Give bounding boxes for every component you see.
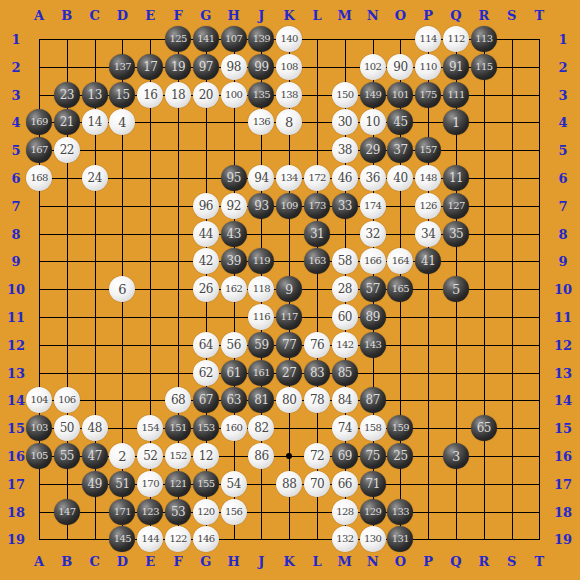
stone-black-117-k11[interactable]: 117 xyxy=(276,304,302,330)
column-label-top-d: D xyxy=(117,9,128,22)
column-label-bottom-n: N xyxy=(367,555,379,568)
move-number: 15 xyxy=(115,89,129,101)
move-number: 174 xyxy=(364,201,381,211)
move-number: 64 xyxy=(199,339,213,351)
move-number: 8 xyxy=(285,116,293,129)
stone-white-136-j4[interactable]: 136 xyxy=(248,109,274,135)
stone-white-34-p8[interactable]: 34 xyxy=(415,221,441,247)
column-label-bottom-l: L xyxy=(312,555,321,568)
stone-black-145-d19[interactable]: 145 xyxy=(109,526,135,552)
move-number: 122 xyxy=(169,534,186,544)
column-label-top-m: M xyxy=(338,9,352,22)
stone-white-130-n19[interactable]: 130 xyxy=(360,526,386,552)
stone-black-5-q10[interactable]: 5 xyxy=(443,276,469,302)
stone-black-93-j7[interactable]: 93 xyxy=(248,193,274,219)
stone-white-114-p1[interactable]: 114 xyxy=(415,26,441,52)
stone-black-29-n5[interactable]: 29 xyxy=(360,137,386,163)
stone-white-158-n15[interactable]: 158 xyxy=(360,415,386,441)
stone-black-99-j2[interactable]: 99 xyxy=(248,54,274,80)
stone-white-150-m3[interactable]: 150 xyxy=(332,82,358,108)
stone-black-175-p3[interactable]: 175 xyxy=(415,82,441,108)
stone-black-95-h6[interactable]: 95 xyxy=(221,165,247,191)
move-number: 29 xyxy=(366,144,380,156)
stone-black-149-n3[interactable]: 149 xyxy=(360,82,386,108)
stone-white-48-c15[interactable]: 48 xyxy=(82,415,108,441)
stone-black-75-n16[interactable]: 75 xyxy=(360,443,386,469)
go-board[interactable]: AABBCCDDEEFFGGHHJJKKLLMMNNOOPPQQRRSSTT11… xyxy=(0,0,580,580)
move-number: 13 xyxy=(88,89,102,101)
stone-black-49-c17[interactable]: 49 xyxy=(82,471,108,497)
stone-black-27-k13[interactable]: 27 xyxy=(276,360,302,386)
move-number: 96 xyxy=(199,200,213,212)
stone-white-12-g16[interactable]: 12 xyxy=(193,443,219,469)
stone-black-23-b3[interactable]: 23 xyxy=(54,82,80,108)
stone-white-72-l16[interactable]: 72 xyxy=(304,443,330,469)
stone-black-137-d2[interactable]: 137 xyxy=(109,54,135,80)
move-number: 108 xyxy=(281,62,298,72)
move-number: 129 xyxy=(364,507,381,517)
stone-black-121-f17[interactable]: 121 xyxy=(165,471,191,497)
stone-black-127-q7[interactable]: 127 xyxy=(443,193,469,219)
stone-black-51-d17[interactable]: 51 xyxy=(109,471,135,497)
move-number: 38 xyxy=(338,144,352,156)
move-number: 54 xyxy=(227,478,241,490)
move-number: 44 xyxy=(199,228,213,240)
move-number: 161 xyxy=(253,368,270,378)
stone-white-90-o2[interactable]: 90 xyxy=(387,54,413,80)
column-label-bottom-f: F xyxy=(173,555,182,568)
move-number: 148 xyxy=(420,173,437,183)
stone-black-101-o3[interactable]: 101 xyxy=(387,82,413,108)
stone-black-97-g2[interactable]: 97 xyxy=(193,54,219,80)
move-number: 86 xyxy=(254,450,268,462)
move-number: 173 xyxy=(308,201,325,211)
stone-white-94-j6[interactable]: 94 xyxy=(248,165,274,191)
stone-black-25-o16[interactable]: 25 xyxy=(387,443,413,469)
move-number: 20 xyxy=(199,89,213,101)
move-number: 81 xyxy=(254,394,268,406)
move-number: 83 xyxy=(310,367,324,379)
stone-black-151-f15[interactable]: 151 xyxy=(165,415,191,441)
move-number: 157 xyxy=(420,145,437,155)
column-label-bottom-r: R xyxy=(478,555,489,568)
stone-white-148-p6[interactable]: 148 xyxy=(415,165,441,191)
move-number: 47 xyxy=(88,450,102,462)
stone-white-8-k4[interactable]: 8 xyxy=(276,109,302,135)
stone-black-133-o18[interactable]: 133 xyxy=(387,499,413,525)
stone-black-43-h8[interactable]: 43 xyxy=(221,221,247,247)
stone-white-50-b15[interactable]: 50 xyxy=(54,415,80,441)
stone-black-141-g1[interactable]: 141 xyxy=(193,26,219,52)
stone-black-83-l13[interactable]: 83 xyxy=(304,360,330,386)
column-label-bottom-d: D xyxy=(117,555,128,568)
column-label-top-l: L xyxy=(312,9,321,22)
stone-white-96-g7[interactable]: 96 xyxy=(193,193,219,219)
move-number: 151 xyxy=(169,423,186,433)
stone-black-103-a15[interactable]: 103 xyxy=(26,415,52,441)
stone-white-88-k17[interactable]: 88 xyxy=(276,471,302,497)
stone-white-22-b5[interactable]: 22 xyxy=(54,137,80,163)
stone-black-33-m7[interactable]: 33 xyxy=(332,193,358,219)
move-number: 4 xyxy=(118,116,126,129)
move-number: 154 xyxy=(142,423,159,433)
move-number: 110 xyxy=(420,62,437,72)
move-number: 75 xyxy=(366,450,380,462)
move-number: 93 xyxy=(254,200,268,212)
column-label-top-p: P xyxy=(423,9,433,22)
move-number: 113 xyxy=(475,34,492,44)
stone-black-45-o4[interactable]: 45 xyxy=(387,109,413,135)
move-number: 16 xyxy=(143,89,157,101)
stone-black-123-e18[interactable]: 123 xyxy=(137,499,163,525)
stone-black-3-q16[interactable]: 3 xyxy=(443,443,469,469)
stone-white-24-c6[interactable]: 24 xyxy=(82,165,108,191)
stone-white-144-e19[interactable]: 144 xyxy=(137,526,163,552)
stone-white-152-f16[interactable]: 152 xyxy=(165,443,191,469)
move-number: 107 xyxy=(225,34,242,44)
stones-layer: 1234568910111213141516171819202122232425… xyxy=(25,25,553,553)
stone-black-91-q2[interactable]: 91 xyxy=(443,54,469,80)
stone-black-11-q6[interactable]: 11 xyxy=(443,165,469,191)
move-number: 136 xyxy=(253,117,270,127)
stone-black-13-c3[interactable]: 13 xyxy=(82,82,108,108)
stone-black-107-h1[interactable]: 107 xyxy=(221,26,247,52)
stone-white-14-c4[interactable]: 14 xyxy=(82,109,108,135)
stone-white-164-o9[interactable]: 164 xyxy=(387,248,413,274)
stone-black-167-a5[interactable]: 167 xyxy=(26,137,52,163)
move-number: 141 xyxy=(197,34,214,44)
move-number: 33 xyxy=(338,200,352,212)
move-number: 156 xyxy=(225,507,242,517)
move-number: 14 xyxy=(88,116,102,128)
move-number: 23 xyxy=(60,89,74,101)
stone-black-131-o19[interactable]: 131 xyxy=(387,526,413,552)
stone-white-78-l14[interactable]: 78 xyxy=(304,387,330,413)
move-number: 67 xyxy=(199,394,213,406)
move-number: 52 xyxy=(143,450,157,462)
move-number: 139 xyxy=(253,34,270,44)
stone-black-77-k12[interactable]: 77 xyxy=(276,332,302,358)
stone-white-174-n7[interactable]: 174 xyxy=(360,193,386,219)
stone-white-2-d16[interactable]: 2 xyxy=(109,443,135,469)
move-number: 146 xyxy=(197,534,214,544)
column-label-top-r: R xyxy=(478,9,489,22)
stone-black-153-g15[interactable]: 153 xyxy=(193,415,219,441)
stone-black-87-n14[interactable]: 87 xyxy=(360,387,386,413)
stone-white-146-g19[interactable]: 146 xyxy=(193,526,219,552)
stone-black-67-g14[interactable]: 67 xyxy=(193,387,219,413)
stone-black-59-j12[interactable]: 59 xyxy=(248,332,274,358)
stone-white-134-k6[interactable]: 134 xyxy=(276,165,302,191)
stone-white-170-e17[interactable]: 170 xyxy=(137,471,163,497)
column-label-bottom-q: Q xyxy=(450,555,461,568)
stone-white-100-h3[interactable]: 100 xyxy=(221,82,247,108)
move-number: 36 xyxy=(366,172,380,184)
stone-white-58-m9[interactable]: 58 xyxy=(332,248,358,274)
stone-black-15-d3[interactable]: 15 xyxy=(109,82,135,108)
stone-black-69-m16[interactable]: 69 xyxy=(332,443,358,469)
stone-black-163-l9[interactable]: 163 xyxy=(304,248,330,274)
stone-black-63-h14[interactable]: 63 xyxy=(221,387,247,413)
stone-white-132-m19[interactable]: 132 xyxy=(332,526,358,552)
move-number: 90 xyxy=(393,61,407,73)
move-number: 9 xyxy=(285,283,293,296)
stone-white-64-g12[interactable]: 64 xyxy=(193,332,219,358)
move-number: 76 xyxy=(310,339,324,351)
stone-white-104-a14[interactable]: 104 xyxy=(26,387,52,413)
move-number: 118 xyxy=(253,284,270,294)
stone-white-102-n2[interactable]: 102 xyxy=(360,54,386,80)
stone-white-40-o6[interactable]: 40 xyxy=(387,165,413,191)
stone-white-110-p2[interactable]: 110 xyxy=(415,54,441,80)
stone-black-9-k10[interactable]: 9 xyxy=(276,276,302,302)
stone-black-37-o5[interactable]: 37 xyxy=(387,137,413,163)
move-number: 37 xyxy=(393,144,407,156)
stone-white-112-q1[interactable]: 112 xyxy=(443,26,469,52)
stone-white-26-g10[interactable]: 26 xyxy=(193,276,219,302)
move-number: 175 xyxy=(420,90,437,100)
move-number: 153 xyxy=(197,423,214,433)
stone-white-30-m4[interactable]: 30 xyxy=(332,109,358,135)
stone-white-18-f3[interactable]: 18 xyxy=(165,82,191,108)
stone-black-21-b4[interactable]: 21 xyxy=(54,109,80,135)
stone-white-106-b14[interactable]: 106 xyxy=(54,387,80,413)
stone-black-109-k7[interactable]: 109 xyxy=(276,193,302,219)
stone-black-125-f1[interactable]: 125 xyxy=(165,26,191,52)
move-number: 91 xyxy=(449,61,463,73)
move-number: 109 xyxy=(281,201,298,211)
move-number: 53 xyxy=(171,506,185,518)
stone-white-126-p7[interactable]: 126 xyxy=(415,193,441,219)
stone-white-116-j11[interactable]: 116 xyxy=(248,304,274,330)
stone-white-74-m15[interactable]: 74 xyxy=(332,415,358,441)
column-label-bottom-c: C xyxy=(89,555,99,568)
move-number: 32 xyxy=(366,228,380,240)
stone-white-76-l12[interactable]: 76 xyxy=(304,332,330,358)
stone-white-6-d10[interactable]: 6 xyxy=(109,276,135,302)
move-number: 142 xyxy=(336,340,353,350)
stone-white-156-h18[interactable]: 156 xyxy=(221,499,247,525)
stone-black-17-e2[interactable]: 17 xyxy=(137,54,163,80)
stone-white-86-j16[interactable]: 86 xyxy=(248,443,274,469)
move-number: 68 xyxy=(171,394,185,406)
stone-white-122-f19[interactable]: 122 xyxy=(165,526,191,552)
move-number: 145 xyxy=(114,534,131,544)
stone-black-159-o15[interactable]: 159 xyxy=(387,415,413,441)
column-label-top-e: E xyxy=(145,9,155,22)
stone-black-81-j14[interactable]: 81 xyxy=(248,387,274,413)
stone-black-41-p9[interactable]: 41 xyxy=(415,248,441,274)
stone-white-138-k3[interactable]: 138 xyxy=(276,82,302,108)
move-number: 19 xyxy=(171,61,185,73)
stone-white-62-g13[interactable]: 62 xyxy=(193,360,219,386)
move-number: 114 xyxy=(420,34,437,44)
move-number: 99 xyxy=(254,61,268,73)
stone-white-60-m11[interactable]: 60 xyxy=(332,304,358,330)
column-label-top-f: F xyxy=(173,9,182,22)
move-number: 150 xyxy=(336,90,353,100)
move-number: 147 xyxy=(58,507,75,517)
column-label-top-c: C xyxy=(89,9,99,22)
stone-black-115-r2[interactable]: 115 xyxy=(471,54,497,80)
stone-white-84-m14[interactable]: 84 xyxy=(332,387,358,413)
move-number: 94 xyxy=(254,172,268,184)
stone-black-147-b18[interactable]: 147 xyxy=(54,499,80,525)
move-number: 132 xyxy=(336,534,353,544)
stone-black-129-n18[interactable]: 129 xyxy=(360,499,386,525)
stone-black-85-m13[interactable]: 85 xyxy=(332,360,358,386)
stone-black-119-j9[interactable]: 119 xyxy=(248,248,274,274)
move-number: 61 xyxy=(227,367,241,379)
move-number: 6 xyxy=(118,283,126,296)
move-number: 35 xyxy=(449,228,463,240)
stone-white-162-h10[interactable]: 162 xyxy=(221,276,247,302)
column-label-top-j: J xyxy=(258,9,264,22)
move-number: 34 xyxy=(421,228,435,240)
stone-black-1-q4[interactable]: 1 xyxy=(443,109,469,135)
stone-black-135-j3[interactable]: 135 xyxy=(248,82,274,108)
stone-white-38-m5[interactable]: 38 xyxy=(332,137,358,163)
stone-black-155-g17[interactable]: 155 xyxy=(193,471,219,497)
stone-white-52-e16[interactable]: 52 xyxy=(137,443,163,469)
stone-black-157-p5[interactable]: 157 xyxy=(415,137,441,163)
stone-white-70-l17[interactable]: 70 xyxy=(304,471,330,497)
move-number: 40 xyxy=(393,172,407,184)
stone-black-55-b16[interactable]: 55 xyxy=(54,443,80,469)
stone-white-32-n8[interactable]: 32 xyxy=(360,221,386,247)
move-number: 120 xyxy=(197,507,214,517)
column-label-bottom-o: O xyxy=(395,555,406,568)
move-number: 164 xyxy=(392,256,409,266)
stone-black-89-n11[interactable]: 89 xyxy=(360,304,386,330)
stone-black-139-j1[interactable]: 139 xyxy=(248,26,274,52)
column-label-top-b: B xyxy=(61,9,72,22)
move-number: 92 xyxy=(227,200,241,212)
move-number: 80 xyxy=(282,394,296,406)
stone-white-68-f14[interactable]: 68 xyxy=(165,387,191,413)
stone-white-120-g18[interactable]: 120 xyxy=(193,499,219,525)
move-number: 56 xyxy=(227,339,241,351)
move-number: 89 xyxy=(366,311,380,323)
stone-white-172-l6[interactable]: 172 xyxy=(304,165,330,191)
move-number: 112 xyxy=(447,34,464,44)
move-number: 149 xyxy=(364,90,381,100)
move-number: 167 xyxy=(30,145,47,155)
stone-black-31-l8[interactable]: 31 xyxy=(304,221,330,247)
column-label-bottom-k: K xyxy=(284,555,295,568)
stone-white-140-k1[interactable]: 140 xyxy=(276,26,302,52)
stone-white-16-e3[interactable]: 16 xyxy=(137,82,163,108)
move-number: 18 xyxy=(171,89,185,101)
stone-white-44-g8[interactable]: 44 xyxy=(193,221,219,247)
move-number: 100 xyxy=(225,90,242,100)
move-number: 71 xyxy=(366,478,380,490)
stone-white-160-h15[interactable]: 160 xyxy=(221,415,247,441)
stone-black-143-n12[interactable]: 143 xyxy=(360,332,386,358)
move-number: 126 xyxy=(420,201,437,211)
stone-black-169-a4[interactable]: 169 xyxy=(26,109,52,135)
stone-white-92-h7[interactable]: 92 xyxy=(221,193,247,219)
move-number: 98 xyxy=(227,61,241,73)
stone-black-173-l7[interactable]: 173 xyxy=(304,193,330,219)
stone-white-46-m6[interactable]: 46 xyxy=(332,165,358,191)
move-number: 78 xyxy=(310,394,324,406)
move-number: 85 xyxy=(338,367,352,379)
move-number: 172 xyxy=(308,173,325,183)
move-number: 165 xyxy=(392,284,409,294)
column-label-bottom-b: B xyxy=(61,555,72,568)
stone-white-142-m12[interactable]: 142 xyxy=(332,332,358,358)
stone-white-4-d4[interactable]: 4 xyxy=(109,109,135,135)
move-number: 84 xyxy=(338,394,352,406)
stone-black-161-j13[interactable]: 161 xyxy=(248,360,274,386)
move-number: 140 xyxy=(281,34,298,44)
move-number: 28 xyxy=(338,283,352,295)
stone-white-168-a6[interactable]: 168 xyxy=(26,165,52,191)
stone-white-82-j15[interactable]: 82 xyxy=(248,415,274,441)
stone-black-111-q3[interactable]: 111 xyxy=(443,82,469,108)
stone-black-47-c16[interactable]: 47 xyxy=(82,443,108,469)
stone-black-57-n10[interactable]: 57 xyxy=(360,276,386,302)
move-number: 115 xyxy=(475,62,492,72)
move-number: 51 xyxy=(115,478,129,490)
stone-white-154-e15[interactable]: 154 xyxy=(137,415,163,441)
stone-white-42-g9[interactable]: 42 xyxy=(193,248,219,274)
stone-black-61-h13[interactable]: 61 xyxy=(221,360,247,386)
stone-black-71-n17[interactable]: 71 xyxy=(360,471,386,497)
column-label-top-s: S xyxy=(507,9,516,22)
move-number: 26 xyxy=(199,283,213,295)
stone-white-166-n9[interactable]: 166 xyxy=(360,248,386,274)
move-number: 160 xyxy=(225,423,242,433)
move-number: 106 xyxy=(58,395,75,405)
stone-white-66-m17[interactable]: 66 xyxy=(332,471,358,497)
move-number: 119 xyxy=(253,256,270,266)
stone-white-10-n4[interactable]: 10 xyxy=(360,109,386,135)
move-number: 162 xyxy=(225,284,242,294)
stone-black-35-q8[interactable]: 35 xyxy=(443,221,469,247)
column-label-bottom-t: T xyxy=(535,555,545,568)
stone-black-53-f18[interactable]: 53 xyxy=(165,499,191,525)
stone-black-165-o10[interactable]: 165 xyxy=(387,276,413,302)
move-number: 3 xyxy=(452,450,460,463)
stone-white-28-m10[interactable]: 28 xyxy=(332,276,358,302)
move-number: 105 xyxy=(30,451,47,461)
stone-white-118-j10[interactable]: 118 xyxy=(248,276,274,302)
stone-black-105-a16[interactable]: 105 xyxy=(26,443,52,469)
column-label-bottom-m: M xyxy=(338,555,352,568)
stone-black-171-d18[interactable]: 171 xyxy=(109,499,135,525)
stone-white-20-g3[interactable]: 20 xyxy=(193,82,219,108)
stone-white-80-k14[interactable]: 80 xyxy=(276,387,302,413)
move-number: 60 xyxy=(338,311,352,323)
move-number: 134 xyxy=(281,173,298,183)
stone-black-113-r1[interactable]: 113 xyxy=(471,26,497,52)
stone-white-56-h12[interactable]: 56 xyxy=(221,332,247,358)
move-number: 11 xyxy=(449,172,463,184)
stone-white-54-h17[interactable]: 54 xyxy=(221,471,247,497)
stone-black-65-r15[interactable]: 65 xyxy=(471,415,497,441)
move-number: 159 xyxy=(392,423,409,433)
stone-black-39-h9[interactable]: 39 xyxy=(221,248,247,274)
stone-black-19-f2[interactable]: 19 xyxy=(165,54,191,80)
stone-white-36-n6[interactable]: 36 xyxy=(360,165,386,191)
stone-white-98-h2[interactable]: 98 xyxy=(221,54,247,80)
stone-white-108-k2[interactable]: 108 xyxy=(276,54,302,80)
move-number: 63 xyxy=(227,394,241,406)
stone-white-128-m18[interactable]: 128 xyxy=(332,499,358,525)
move-number: 48 xyxy=(88,422,102,434)
